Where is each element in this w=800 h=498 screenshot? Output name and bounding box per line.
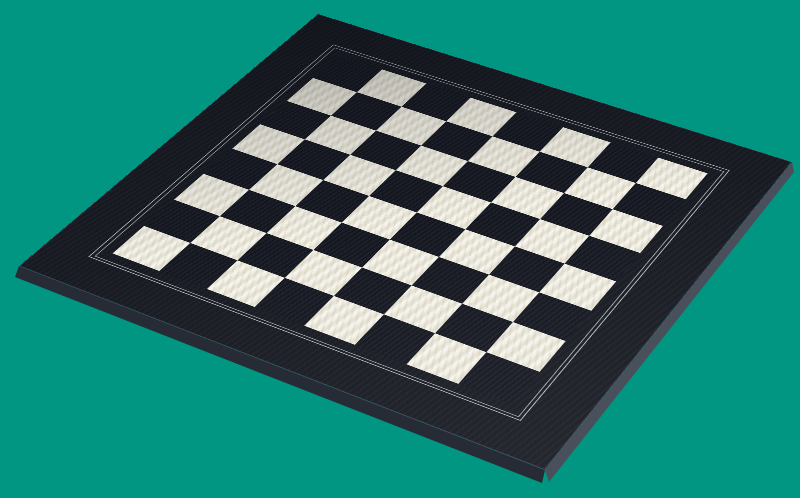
photo-scene <box>0 0 800 498</box>
